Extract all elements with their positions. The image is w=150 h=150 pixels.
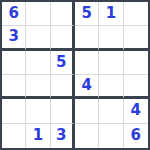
- cell-digit: 6: [8, 6, 18, 21]
- sudoku-cell[interactable]: [124, 2, 148, 26]
- cell-digit: 1: [33, 128, 43, 143]
- sudoku-cell[interactable]: 5: [75, 2, 99, 26]
- sudoku-cell[interactable]: [2, 75, 26, 99]
- sudoku-cell[interactable]: 1: [26, 124, 50, 148]
- cell-digit: 3: [8, 29, 18, 44]
- sudoku-cell[interactable]: [75, 26, 99, 50]
- sudoku-board: 6513544136: [0, 0, 150, 150]
- sudoku-cell[interactable]: [99, 99, 123, 123]
- sudoku-cell[interactable]: [75, 51, 99, 75]
- sudoku-cell[interactable]: [75, 124, 99, 148]
- sudoku-cell[interactable]: [26, 26, 50, 50]
- sudoku-cell[interactable]: [2, 124, 26, 148]
- sudoku-cell[interactable]: [26, 75, 50, 99]
- sudoku-cell[interactable]: [99, 26, 123, 50]
- sudoku-cell[interactable]: [2, 99, 26, 123]
- sudoku-cell[interactable]: [51, 26, 75, 50]
- sudoku-cell[interactable]: [26, 99, 50, 123]
- sudoku-cell[interactable]: 1: [99, 2, 123, 26]
- cell-digit: 6: [131, 128, 141, 143]
- sudoku-cell[interactable]: [26, 2, 50, 26]
- sudoku-cell[interactable]: [124, 75, 148, 99]
- sudoku-cell[interactable]: 3: [51, 124, 75, 148]
- cell-digit: 4: [81, 78, 91, 93]
- sudoku-cell[interactable]: [51, 2, 75, 26]
- sudoku-cell[interactable]: [75, 99, 99, 123]
- sudoku-cell[interactable]: [124, 51, 148, 75]
- sudoku-cell[interactable]: [2, 51, 26, 75]
- cell-digit: 5: [81, 6, 91, 21]
- sudoku-cell[interactable]: [99, 75, 123, 99]
- sudoku-cell[interactable]: 6: [124, 124, 148, 148]
- sudoku-cell[interactable]: 3: [2, 26, 26, 50]
- sudoku-cell[interactable]: [99, 124, 123, 148]
- sudoku-cell[interactable]: 4: [75, 75, 99, 99]
- sudoku-cell[interactable]: [99, 51, 123, 75]
- sudoku-cell[interactable]: [26, 51, 50, 75]
- sudoku-cell[interactable]: [124, 26, 148, 50]
- cell-digit: 1: [106, 6, 116, 21]
- cell-digit: 5: [56, 55, 66, 70]
- sudoku-cell[interactable]: [51, 99, 75, 123]
- sudoku-cell[interactable]: 6: [2, 2, 26, 26]
- cell-digit: 4: [131, 103, 141, 118]
- cell-digit: 3: [56, 128, 66, 143]
- sudoku-cell[interactable]: 4: [124, 99, 148, 123]
- sudoku-cell[interactable]: [51, 75, 75, 99]
- sudoku-cell[interactable]: 5: [51, 51, 75, 75]
